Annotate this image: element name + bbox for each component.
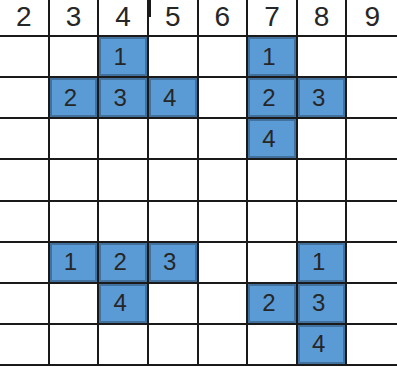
grid-cell-filled[interactable]: 2: [248, 284, 298, 325]
column-header-label: 3: [66, 3, 82, 31]
grid-cell-empty[interactable]: [347, 284, 397, 325]
grid-cell-filled[interactable]: 4: [248, 119, 298, 160]
grid-cell-empty[interactable]: [248, 160, 298, 201]
grid-cell-empty[interactable]: [199, 78, 249, 119]
grid-cell-filled[interactable]: 1: [298, 243, 348, 284]
grid-cell-filled[interactable]: 4: [149, 78, 199, 119]
cell-number: 2: [262, 291, 275, 315]
grid-cell-empty[interactable]: [347, 202, 397, 243]
cell-number: 1: [64, 250, 77, 274]
grid-cell-empty[interactable]: [199, 37, 249, 78]
grid-cell-filled[interactable]: 1: [50, 243, 100, 284]
grid-cell-empty[interactable]: [50, 325, 100, 366]
grid-cell-empty[interactable]: [248, 202, 298, 243]
grid-cell-filled[interactable]: 2: [99, 243, 149, 284]
cell-number: 4: [262, 127, 275, 151]
grid-cell-empty[interactable]: [347, 160, 397, 201]
grid-cell-filled[interactable]: 3: [149, 243, 199, 284]
grid-cell-empty[interactable]: [0, 78, 50, 119]
grid-cell-filled[interactable]: 4: [99, 284, 149, 325]
grid-cell-empty[interactable]: [0, 202, 50, 243]
grid-cell-filled[interactable]: 3: [298, 284, 348, 325]
grid-cell-empty[interactable]: [298, 160, 348, 201]
grid-cell-empty[interactable]: [0, 284, 50, 325]
grid-cell-empty[interactable]: [199, 243, 249, 284]
cell-number: 2: [64, 86, 77, 110]
puzzle-grid: 234567891123423412314234: [0, 0, 397, 366]
grid-cell-empty[interactable]: [0, 325, 50, 366]
cell-number: 4: [312, 332, 325, 356]
grid-cell-filled[interactable]: 3: [99, 78, 149, 119]
grid-cell-empty[interactable]: [199, 160, 249, 201]
cell-number: 3: [312, 86, 325, 110]
grid-cell-empty[interactable]: [347, 78, 397, 119]
grid-cell-filled[interactable]: 2: [50, 78, 100, 119]
grid-cell-empty[interactable]: [50, 284, 100, 325]
column-header-label: 4: [115, 3, 131, 31]
column-header-label: 6: [215, 3, 231, 31]
grid-cell-filled[interactable]: 1: [99, 37, 149, 78]
grid-cell-empty[interactable]: [347, 37, 397, 78]
grid-cell-filled[interactable]: 1: [248, 37, 298, 78]
column-header-8: 8: [298, 0, 348, 37]
grid-cell-empty[interactable]: [99, 119, 149, 160]
grid-cell-empty[interactable]: [0, 37, 50, 78]
grid-cell-empty[interactable]: [99, 325, 149, 366]
cell-number: 2: [113, 250, 126, 274]
grid-top-tick: [147, 0, 151, 17]
grid-cell-filled[interactable]: 2: [248, 78, 298, 119]
grid-cell-empty[interactable]: [149, 284, 199, 325]
cell-number: 3: [312, 291, 325, 315]
grid-cell-empty[interactable]: [149, 325, 199, 366]
column-header-3: 3: [50, 0, 100, 37]
grid-cell-empty[interactable]: [298, 37, 348, 78]
grid-cell-empty[interactable]: [99, 202, 149, 243]
column-header-label: 9: [364, 3, 380, 31]
column-header-6: 6: [199, 0, 249, 37]
column-header-label: 2: [16, 3, 32, 31]
grid-cell-empty[interactable]: [99, 160, 149, 201]
grid-cell-empty[interactable]: [50, 37, 100, 78]
grid-cell-empty[interactable]: [0, 243, 50, 284]
grid-cell-empty[interactable]: [0, 160, 50, 201]
grid-cell-filled[interactable]: 4: [298, 325, 348, 366]
cell-number: 3: [113, 86, 126, 110]
column-header-7: 7: [248, 0, 298, 37]
cell-number: 2: [262, 86, 275, 110]
grid-cell-empty[interactable]: [149, 160, 199, 201]
cell-number: 4: [113, 291, 126, 315]
grid-cell-empty[interactable]: [199, 284, 249, 325]
grid-cell-empty[interactable]: [199, 325, 249, 366]
column-header-2: 2: [0, 0, 50, 37]
cell-number: 1: [262, 45, 275, 69]
cell-number: 1: [312, 250, 325, 274]
grid-cell-filled[interactable]: 3: [298, 78, 348, 119]
grid-cell-empty[interactable]: [50, 160, 100, 201]
grid-cell-empty[interactable]: [199, 119, 249, 160]
grid-cell-empty[interactable]: [347, 243, 397, 284]
grid-cell-empty[interactable]: [347, 325, 397, 366]
grid-cell-empty[interactable]: [149, 202, 199, 243]
column-header-label: 7: [264, 3, 280, 31]
column-header-label: 5: [165, 3, 181, 31]
grid-cell-empty[interactable]: [347, 119, 397, 160]
grid-cell-empty[interactable]: [50, 119, 100, 160]
cell-number: 3: [163, 250, 176, 274]
column-header-4: 4: [99, 0, 149, 37]
column-header-9: 9: [347, 0, 397, 37]
puzzle-board: 234567891123423412314234: [0, 0, 397, 367]
grid-cell-empty[interactable]: [248, 243, 298, 284]
grid-cell-empty[interactable]: [248, 325, 298, 366]
grid-cell-empty[interactable]: [298, 202, 348, 243]
grid-cell-empty[interactable]: [0, 119, 50, 160]
column-header-label: 8: [314, 3, 330, 31]
cell-number: 4: [163, 86, 176, 110]
cell-number: 1: [113, 45, 126, 69]
grid-cell-empty[interactable]: [50, 202, 100, 243]
grid-cell-empty[interactable]: [149, 119, 199, 160]
column-header-5: 5: [149, 0, 199, 37]
grid-cell-empty[interactable]: [199, 202, 249, 243]
grid-cell-empty[interactable]: [149, 37, 199, 78]
grid-cell-empty[interactable]: [298, 119, 348, 160]
